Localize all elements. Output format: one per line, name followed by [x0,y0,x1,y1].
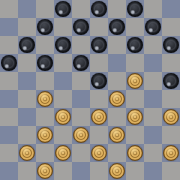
square-r4c8 [144,72,162,90]
square-r1c6[interactable] [108,18,126,36]
square-r9c4[interactable] [72,162,90,180]
square-r4c5[interactable] [90,72,108,90]
square-r8c5[interactable] [90,144,108,162]
square-r7c7 [126,126,144,144]
square-r2c4 [72,36,90,54]
square-r2c1[interactable] [18,36,36,54]
black-man-piece[interactable] [91,73,107,89]
square-r3c0[interactable] [0,54,18,72]
square-r4c9[interactable] [162,72,180,90]
square-r0c9[interactable] [162,0,180,18]
square-r0c1[interactable] [18,0,36,18]
white-man-piece[interactable] [163,145,179,161]
square-r6c4 [72,108,90,126]
square-r2c2 [36,36,54,54]
white-man-piece[interactable] [127,109,143,125]
square-r4c1[interactable] [18,72,36,90]
square-r9c7 [126,162,144,180]
square-r1c7 [126,18,144,36]
square-r0c4 [72,0,90,18]
black-man-piece[interactable] [73,55,89,71]
square-r4c6 [108,72,126,90]
square-r7c9 [162,126,180,144]
square-r3c6[interactable] [108,54,126,72]
square-r9c8[interactable] [144,162,162,180]
square-r1c3 [54,18,72,36]
square-r9c2[interactable] [36,162,54,180]
square-r2c5[interactable] [90,36,108,54]
white-man-piece[interactable] [37,163,53,179]
black-man-piece[interactable] [163,37,179,53]
square-r1c2[interactable] [36,18,54,36]
square-r8c1[interactable] [18,144,36,162]
square-r3c7 [126,54,144,72]
square-r2c6 [108,36,126,54]
square-r8c6 [108,144,126,162]
square-r4c3[interactable] [54,72,72,90]
square-r2c8 [144,36,162,54]
black-man-piece[interactable] [37,55,53,71]
square-r6c1[interactable] [18,108,36,126]
board [0,0,180,180]
square-r8c3[interactable] [54,144,72,162]
black-man-piece[interactable] [19,37,35,53]
white-man-piece[interactable] [109,163,125,179]
square-r5c9 [162,90,180,108]
square-r5c8[interactable] [144,90,162,108]
white-man-piece[interactable] [127,73,143,89]
square-r6c3[interactable] [54,108,72,126]
square-r7c0[interactable] [0,126,18,144]
square-r3c3 [54,54,72,72]
square-r1c5 [90,18,108,36]
square-r9c3 [54,162,72,180]
square-r0c5[interactable] [90,0,108,18]
square-r1c8[interactable] [144,18,162,36]
square-r8c9[interactable] [162,144,180,162]
black-man-piece[interactable] [1,55,17,71]
square-r4c2 [36,72,54,90]
square-r6c6 [108,108,126,126]
black-man-piece[interactable] [55,1,71,17]
white-man-piece[interactable] [37,127,53,143]
square-r9c0[interactable] [0,162,18,180]
white-man-piece[interactable] [55,109,71,125]
square-r5c1 [18,90,36,108]
black-man-piece[interactable] [37,19,53,35]
square-r2c3[interactable] [54,36,72,54]
white-man-piece[interactable] [19,145,35,161]
square-r8c7[interactable] [126,144,144,162]
black-man-piece[interactable] [55,37,71,53]
white-man-piece[interactable] [127,145,143,161]
square-r3c9 [162,54,180,72]
square-r9c5 [90,162,108,180]
square-r5c6[interactable] [108,90,126,108]
square-r7c8[interactable] [144,126,162,144]
square-r6c9[interactable] [162,108,180,126]
square-r6c5[interactable] [90,108,108,126]
square-r5c4[interactable] [72,90,90,108]
square-r3c1 [18,54,36,72]
white-man-piece[interactable] [91,145,107,161]
white-man-piece[interactable] [163,109,179,125]
square-r8c4 [72,144,90,162]
square-r7c4[interactable] [72,126,90,144]
white-man-piece[interactable] [73,127,89,143]
square-r5c7 [126,90,144,108]
square-r6c0 [0,108,18,126]
black-man-piece[interactable] [109,19,125,35]
square-r0c8 [144,0,162,18]
white-man-piece[interactable] [109,127,125,143]
square-r0c2 [36,0,54,18]
square-r6c8 [144,108,162,126]
square-r1c0[interactable] [0,18,18,36]
square-r1c9 [162,18,180,36]
black-man-piece[interactable] [127,37,143,53]
white-man-piece[interactable] [109,91,125,107]
square-r3c4[interactable] [72,54,90,72]
square-r9c6[interactable] [108,162,126,180]
square-r5c5 [90,90,108,108]
square-r4c0 [0,72,18,90]
white-man-piece[interactable] [91,109,107,125]
white-man-piece[interactable] [37,91,53,107]
square-r7c3 [54,126,72,144]
square-r1c1 [18,18,36,36]
square-r5c3 [54,90,72,108]
square-r2c7[interactable] [126,36,144,54]
black-man-piece[interactable] [91,1,107,17]
square-r7c5 [90,126,108,144]
black-man-piece[interactable] [91,37,107,53]
square-r0c7[interactable] [126,0,144,18]
square-r5c0[interactable] [0,90,18,108]
square-r2c9[interactable] [162,36,180,54]
square-r8c2 [36,144,54,162]
square-r3c2[interactable] [36,54,54,72]
square-r8c8 [144,144,162,162]
square-r9c9 [162,162,180,180]
square-r1c4[interactable] [72,18,90,36]
square-r7c2[interactable] [36,126,54,144]
square-r9c1 [18,162,36,180]
square-r6c7[interactable] [126,108,144,126]
square-r2c0 [0,36,18,54]
square-r4c7[interactable] [126,72,144,90]
square-r3c5 [90,54,108,72]
square-r0c6 [108,0,126,18]
square-r6c2 [36,108,54,126]
square-r5c2[interactable] [36,90,54,108]
black-man-piece[interactable] [163,73,179,89]
square-r0c0 [0,0,18,18]
square-r3c8[interactable] [144,54,162,72]
black-man-piece[interactable] [73,19,89,35]
white-man-piece[interactable] [55,145,71,161]
square-r4c4 [72,72,90,90]
square-r8c0 [0,144,18,162]
black-man-piece[interactable] [145,19,161,35]
black-man-piece[interactable] [127,1,143,17]
square-r0c3[interactable] [54,0,72,18]
square-r7c6[interactable] [108,126,126,144]
square-r7c1 [18,126,36,144]
